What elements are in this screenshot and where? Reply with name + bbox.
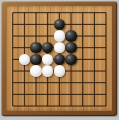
go-board[interactable] (7, 7, 112, 112)
white-stone (54, 42, 65, 53)
white-stone (42, 54, 53, 65)
black-stone (42, 42, 53, 53)
white-stone (54, 65, 65, 76)
black-stone (54, 19, 65, 30)
black-stone (54, 54, 65, 65)
screen (0, 0, 119, 120)
black-stone (30, 42, 41, 53)
black-stone (65, 42, 76, 53)
white-stone (42, 65, 53, 76)
black-stone (65, 30, 76, 41)
black-stone (65, 54, 76, 65)
white-stone (54, 30, 65, 41)
black-stone (30, 54, 41, 65)
white-stone (30, 65, 41, 76)
white-stone (19, 54, 30, 65)
